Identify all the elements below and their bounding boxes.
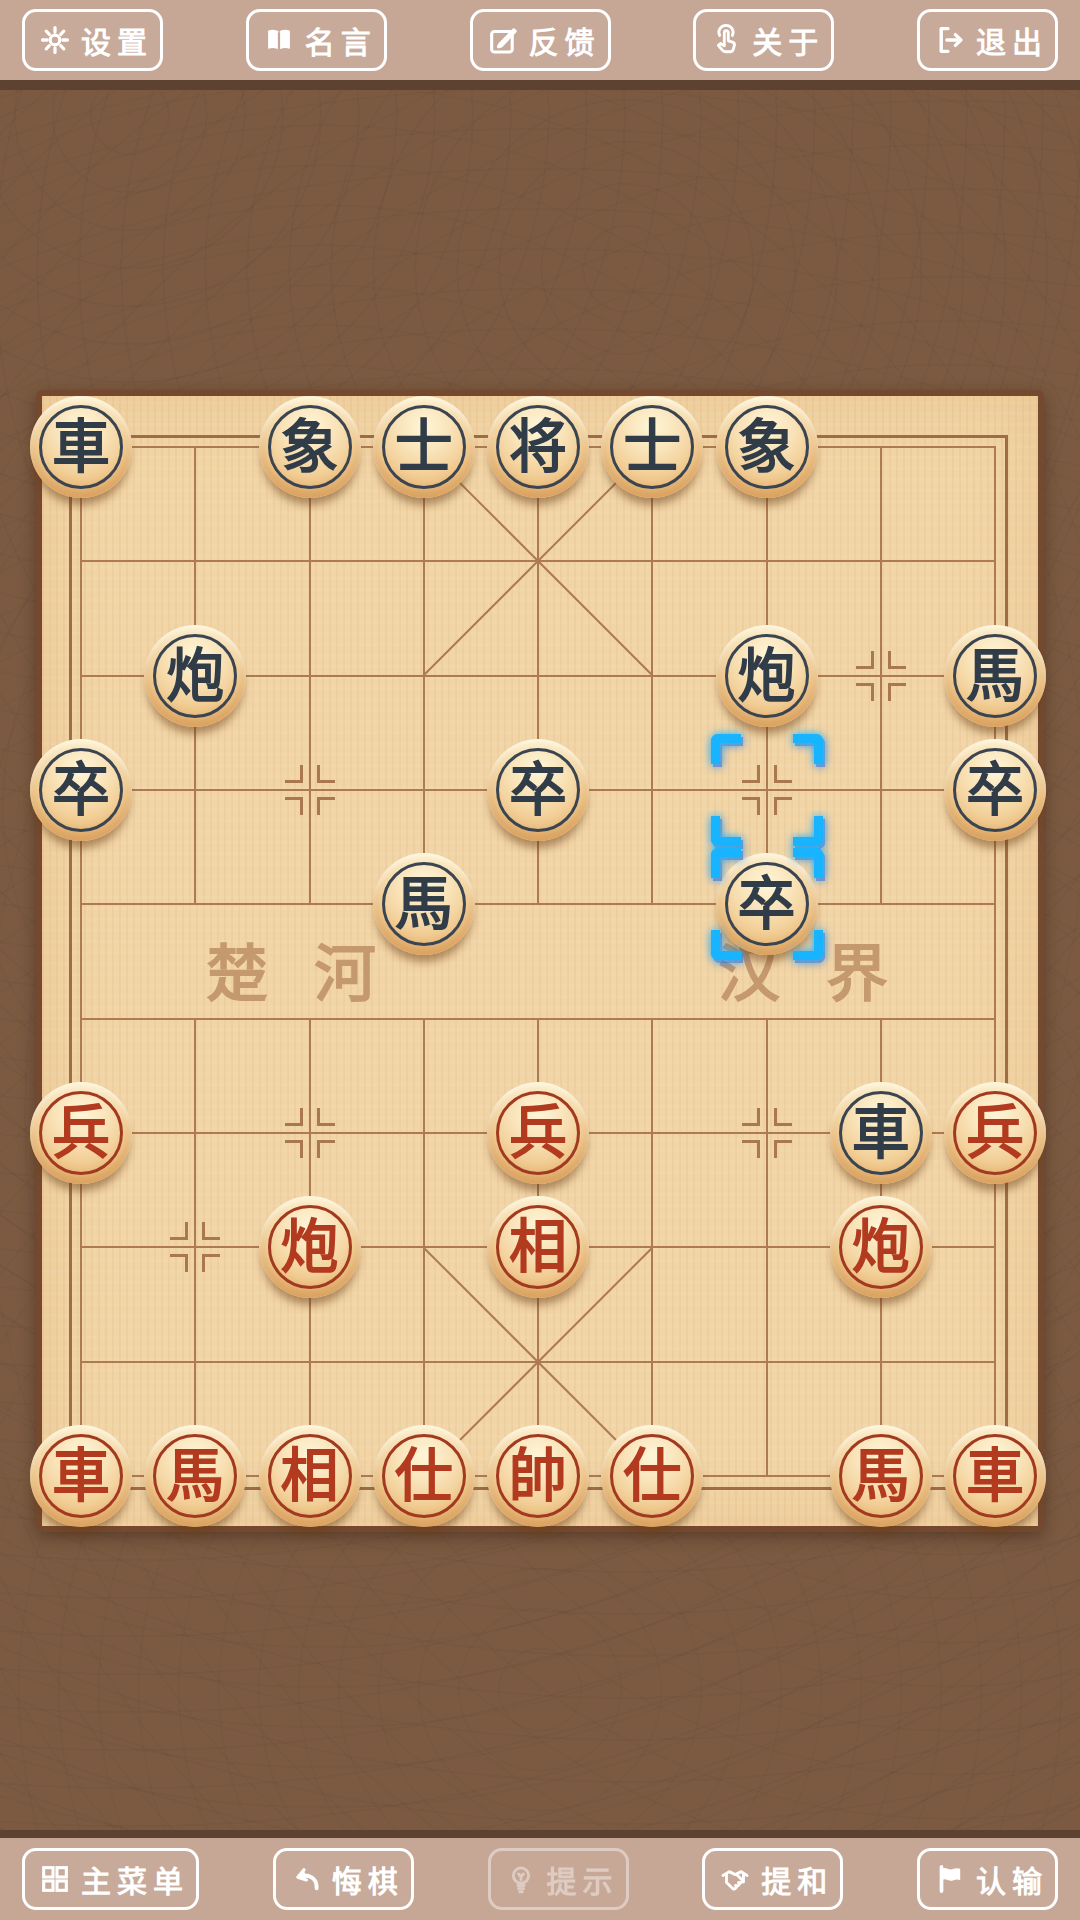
resign-button[interactable]: 认输 [917, 1848, 1058, 1910]
feedback-label: 反馈 [529, 18, 601, 62]
board-cell-2-3[interactable] [252, 733, 366, 847]
piece-ring: 兵 [953, 1091, 1037, 1175]
board-cell-0-3[interactable]: 卒 [24, 733, 138, 847]
piece-glyph: 馬 [395, 875, 453, 933]
piece-ring: 士 [610, 405, 694, 489]
piece-red-兵[interactable]: 兵 [487, 1082, 589, 1184]
board-cell-7-7[interactable]: 炮 [824, 1190, 938, 1304]
board-cell-7-8[interactable] [824, 1304, 938, 1418]
piece-ring: 卒 [39, 748, 123, 832]
board-cell-3-6[interactable] [367, 1076, 481, 1190]
piece-glyph: 相 [281, 1447, 339, 1505]
settings-button[interactable]: 设置 [22, 9, 163, 71]
board-cell-5-1[interactable] [595, 504, 709, 618]
bottom-bar: 主菜单 悔棋 提示 提和 [0, 1838, 1080, 1920]
board-cell-6-9[interactable] [709, 1419, 823, 1533]
board-cell-3-9[interactable]: 仕 [367, 1419, 481, 1533]
piece-red-馬[interactable]: 馬 [830, 1425, 932, 1527]
board-cell-3-1[interactable] [367, 504, 481, 618]
piece-red-車[interactable]: 車 [944, 1425, 1046, 1527]
board-cell-4-6[interactable]: 兵 [481, 1076, 595, 1190]
board-cell-7-0[interactable] [824, 390, 938, 504]
piece-ring: 仕 [382, 1434, 466, 1518]
board-cell-1-3[interactable] [138, 733, 252, 847]
main-menu-label: 主菜单 [81, 1857, 189, 1901]
piece-glyph: 象 [738, 418, 796, 476]
screen: 设置 名言 反馈 关于 [0, 0, 1080, 1920]
board-cell-5-4[interactable] [595, 847, 709, 961]
board-cell-7-1[interactable] [824, 504, 938, 618]
piece-glyph: 帥 [509, 1447, 567, 1505]
board-cell-1-7[interactable] [138, 1190, 252, 1304]
board-cell-2-2[interactable] [252, 618, 366, 732]
board-cell-8-4[interactable] [938, 847, 1052, 961]
piece-ring: 馬 [839, 1434, 923, 1518]
board-cells: 車象士将士象炮炮馬卒卒卒馬卒兵兵車兵炮相炮車馬相仕帥仕馬車 [24, 390, 1052, 1533]
piece-glyph: 馬 [966, 647, 1024, 705]
board-cell-6-2[interactable]: 炮 [709, 618, 823, 732]
board-cell-8-7[interactable] [938, 1190, 1052, 1304]
piece-ring: 兵 [39, 1091, 123, 1175]
piece-black-馬[interactable]: 馬 [944, 625, 1046, 727]
board-cell-5-5[interactable] [595, 961, 709, 1075]
piece-glyph: 車 [52, 418, 110, 476]
offer-draw-label: 提和 [761, 1857, 833, 1901]
piece-glyph: 炮 [166, 647, 224, 705]
board-cell-3-2[interactable] [367, 618, 481, 732]
piece-ring: 相 [268, 1434, 352, 1518]
piece-black-卒[interactable]: 卒 [30, 739, 132, 841]
board-cell-1-2[interactable]: 炮 [138, 618, 252, 732]
board-cell-2-4[interactable] [252, 847, 366, 961]
board-cell-8-2[interactable]: 馬 [938, 618, 1052, 732]
board-cell-7-3[interactable] [824, 733, 938, 847]
board-cell-8-5[interactable] [938, 961, 1052, 1075]
piece-red-兵[interactable]: 兵 [30, 1082, 132, 1184]
hint-button[interactable]: 提示 [488, 1848, 629, 1910]
board-cell-6-6[interactable] [709, 1076, 823, 1190]
board-cell-1-4[interactable] [138, 847, 252, 961]
piece-ring: 帥 [496, 1434, 580, 1518]
piece-ring: 士 [382, 405, 466, 489]
piece-glyph: 車 [52, 1447, 110, 1505]
board-cell-4-1[interactable] [481, 504, 595, 618]
piece-glyph: 相 [509, 1218, 567, 1276]
gear-icon [38, 23, 72, 57]
piece-black-象[interactable]: 象 [716, 396, 818, 498]
piece-glyph: 馬 [166, 1447, 224, 1505]
feedback-button[interactable]: 反馈 [470, 9, 611, 71]
piece-glyph: 士 [395, 418, 453, 476]
piece-ring: 相 [496, 1205, 580, 1289]
board-cell-5-8[interactable] [595, 1304, 709, 1418]
piece-glyph: 車 [966, 1447, 1024, 1505]
piece-ring: 炮 [725, 634, 809, 718]
board-cell-6-1[interactable] [709, 504, 823, 618]
board-cell-8-6[interactable]: 兵 [938, 1076, 1052, 1190]
board-cell-4-8[interactable] [481, 1304, 595, 1418]
piece-ring: 象 [725, 405, 809, 489]
board-cell-3-4[interactable]: 馬 [367, 847, 481, 961]
piece-ring: 車 [39, 1434, 123, 1518]
board-cell-6-7[interactable] [709, 1190, 823, 1304]
board-cell-0-1[interactable] [24, 504, 138, 618]
board-cell-4-2[interactable] [481, 618, 595, 732]
piece-black-士[interactable]: 士 [601, 396, 703, 498]
undo-label: 悔棋 [332, 1857, 404, 1901]
piece-red-仕[interactable]: 仕 [601, 1425, 703, 1527]
piece-glyph: 象 [281, 418, 339, 476]
board-cell-4-0[interactable]: 将 [481, 390, 595, 504]
board-cell-8-0[interactable] [938, 390, 1052, 504]
piece-ring: 馬 [382, 862, 466, 946]
piece-black-馬[interactable]: 馬 [373, 853, 475, 955]
board-cell-0-7[interactable] [24, 1190, 138, 1304]
piece-ring: 炮 [839, 1205, 923, 1289]
board-cell-6-8[interactable] [709, 1304, 823, 1418]
about-label: 关于 [752, 18, 824, 62]
board-cell-2-7[interactable]: 炮 [252, 1190, 366, 1304]
board-cell-1-1[interactable] [138, 504, 252, 618]
board-cell-1-6[interactable] [138, 1076, 252, 1190]
board-cell-1-9[interactable]: 馬 [138, 1419, 252, 1533]
piece-ring: 卒 [496, 748, 580, 832]
piece-black-車[interactable]: 車 [30, 396, 132, 498]
exit-icon [933, 23, 967, 57]
piece-glyph: 卒 [509, 761, 567, 819]
piece-black-象[interactable]: 象 [259, 396, 361, 498]
piece-black-将[interactable]: 将 [487, 396, 589, 498]
piece-glyph: 兵 [509, 1104, 567, 1162]
top-bar: 设置 名言 反馈 关于 [0, 0, 1080, 80]
piece-black-卒[interactable]: 卒 [487, 739, 589, 841]
about-button[interactable]: 关于 [693, 9, 834, 71]
board-cell-2-0[interactable]: 象 [252, 390, 366, 504]
exit-label: 退出 [976, 18, 1048, 62]
piece-glyph: 炮 [281, 1218, 339, 1276]
piece-red-炮[interactable]: 炮 [830, 1196, 932, 1298]
board-cell-7-9[interactable]: 馬 [824, 1419, 938, 1533]
board-cell-2-8[interactable] [252, 1304, 366, 1418]
piece-glyph: 卒 [52, 761, 110, 819]
piece-glyph: 兵 [966, 1104, 1024, 1162]
exit-button[interactable]: 退出 [917, 9, 1058, 71]
board-cell-5-0[interactable]: 士 [595, 390, 709, 504]
board-cell-3-7[interactable] [367, 1190, 481, 1304]
board-cell-5-7[interactable] [595, 1190, 709, 1304]
bottom-bar-separator [0, 1830, 1080, 1838]
board-cell-7-5[interactable] [824, 961, 938, 1075]
board-cell-3-5[interactable] [367, 961, 481, 1075]
piece-black-卒[interactable]: 卒 [944, 739, 1046, 841]
piece-ring: 車 [39, 405, 123, 489]
board-cell-5-9[interactable]: 仕 [595, 1419, 709, 1533]
board-cell-0-4[interactable] [24, 847, 138, 961]
board-cell-1-8[interactable] [138, 1304, 252, 1418]
bulb-icon [504, 1862, 538, 1896]
board-cell-0-2[interactable] [24, 618, 138, 732]
piece-glyph: 車 [852, 1104, 910, 1162]
piece-red-兵[interactable]: 兵 [944, 1082, 1046, 1184]
resign-label: 认输 [976, 1857, 1048, 1901]
board-cell-6-5[interactable] [709, 961, 823, 1075]
piece-ring: 馬 [953, 634, 1037, 718]
board-cell-3-8[interactable] [367, 1304, 481, 1418]
board-cell-6-4[interactable]: 卒 [709, 847, 823, 961]
piece-glyph: 仕 [623, 1447, 681, 1505]
piece-ring: 仕 [610, 1434, 694, 1518]
book-icon [262, 23, 296, 57]
top-bar-separator [0, 80, 1080, 90]
piece-ring: 兵 [496, 1091, 580, 1175]
board-cell-1-5[interactable] [138, 961, 252, 1075]
board-cell-2-1[interactable] [252, 504, 366, 618]
piece-red-相[interactable]: 相 [487, 1196, 589, 1298]
board-cell-5-6[interactable] [595, 1076, 709, 1190]
piece-ring: 炮 [268, 1205, 352, 1289]
board-cell-5-2[interactable] [595, 618, 709, 732]
board-cell-0-0[interactable]: 車 [24, 390, 138, 504]
piece-glyph: 仕 [395, 1447, 453, 1505]
piece-black-卒[interactable]: 卒 [716, 853, 818, 955]
board-cell-4-3[interactable]: 卒 [481, 733, 595, 847]
board-cell-3-3[interactable] [367, 733, 481, 847]
piece-black-炮[interactable]: 炮 [144, 625, 246, 727]
piece-black-士[interactable]: 士 [373, 396, 475, 498]
piece-black-炮[interactable]: 炮 [716, 625, 818, 727]
offer-draw-button[interactable]: 提和 [702, 1848, 843, 1910]
piece-ring: 馬 [153, 1434, 237, 1518]
board-cell-2-6[interactable] [252, 1076, 366, 1190]
piece-glyph: 士 [623, 418, 681, 476]
board-cell-4-9[interactable]: 帥 [481, 1419, 595, 1533]
piece-red-帥[interactable]: 帥 [487, 1425, 589, 1527]
board-cell-6-0[interactable]: 象 [709, 390, 823, 504]
board-cell-4-4[interactable] [481, 847, 595, 961]
piece-glyph: 卒 [738, 875, 796, 933]
piece-ring: 象 [268, 405, 352, 489]
board-cell-0-8[interactable] [24, 1304, 138, 1418]
board-cell-0-5[interactable] [24, 961, 138, 1075]
board-cell-0-6[interactable]: 兵 [24, 1076, 138, 1190]
piece-black-車[interactable]: 車 [830, 1082, 932, 1184]
piece-red-仕[interactable]: 仕 [373, 1425, 475, 1527]
grid-icon [38, 1862, 72, 1896]
settings-label: 设置 [81, 18, 153, 62]
flag-icon [933, 1862, 967, 1896]
piece-glyph: 兵 [52, 1104, 110, 1162]
board-cell-2-5[interactable] [252, 961, 366, 1075]
board-cell-3-0[interactable]: 士 [367, 390, 481, 504]
board-cell-4-5[interactable] [481, 961, 595, 1075]
board-cell-6-3[interactable] [709, 733, 823, 847]
main-menu-button[interactable]: 主菜单 [22, 1848, 199, 1910]
board-cell-8-9[interactable]: 車 [938, 1419, 1052, 1533]
board-cell-8-1[interactable] [938, 504, 1052, 618]
touch-icon [709, 23, 743, 57]
quotes-button[interactable]: 名言 [246, 9, 387, 71]
piece-ring: 卒 [953, 748, 1037, 832]
piece-ring: 車 [953, 1434, 1037, 1518]
piece-ring: 炮 [153, 634, 237, 718]
board-cell-5-3[interactable] [595, 733, 709, 847]
board-cell-2-9[interactable]: 相 [252, 1419, 366, 1533]
board-cell-0-9[interactable]: 車 [24, 1419, 138, 1533]
piece-glyph: 馬 [852, 1447, 910, 1505]
piece-glyph: 炮 [852, 1218, 910, 1276]
quotes-label: 名言 [305, 18, 377, 62]
undo-move-button[interactable]: 悔棋 [273, 1848, 414, 1910]
board-cell-8-8[interactable] [938, 1304, 1052, 1418]
piece-glyph: 炮 [738, 647, 796, 705]
piece-red-車[interactable]: 車 [30, 1425, 132, 1527]
board-cell-7-6[interactable]: 車 [824, 1076, 938, 1190]
piece-ring: 卒 [725, 862, 809, 946]
piece-red-相[interactable]: 相 [259, 1425, 361, 1527]
board-cell-7-4[interactable] [824, 847, 938, 961]
board-cell-4-7[interactable]: 相 [481, 1190, 595, 1304]
piece-glyph: 卒 [966, 761, 1024, 819]
last-move-marker-from [711, 734, 823, 846]
piece-red-馬[interactable]: 馬 [144, 1425, 246, 1527]
board-cell-7-2[interactable] [824, 618, 938, 732]
xiangqi-board: 楚河 汉界 車象士将士象炮炮馬卒卒卒馬卒兵兵車兵炮相炮車馬相仕帥仕馬車 [36, 390, 1044, 1532]
board-cell-1-0[interactable] [138, 390, 252, 504]
undo-icon [289, 1862, 323, 1896]
piece-red-炮[interactable]: 炮 [259, 1196, 361, 1298]
handshake-icon [718, 1862, 752, 1896]
hint-label: 提示 [547, 1857, 619, 1901]
piece-glyph: 将 [509, 418, 567, 476]
board-cell-8-3[interactable]: 卒 [938, 733, 1052, 847]
edit-icon [486, 23, 520, 57]
piece-ring: 車 [839, 1091, 923, 1175]
piece-ring: 将 [496, 405, 580, 489]
